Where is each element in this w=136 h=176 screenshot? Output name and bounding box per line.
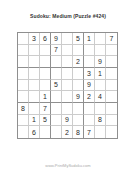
cell-r8c9[interactable]	[106, 115, 117, 127]
cell-r9c5[interactable]: 2	[62, 126, 73, 138]
cell-r9c9[interactable]	[106, 126, 117, 138]
cell-r1c2[interactable]: 3	[29, 33, 40, 45]
cell-r1c9[interactable]: 7	[106, 33, 117, 45]
cell-r5c1[interactable]	[18, 80, 29, 92]
cell-r4c9[interactable]	[106, 68, 117, 80]
cell-r2c9[interactable]	[106, 45, 117, 57]
sudoku-board: 369517729315919248715986287	[17, 32, 118, 139]
cell-r5c9[interactable]	[106, 80, 117, 92]
cell-r2c5[interactable]	[62, 45, 73, 57]
cell-r3c1[interactable]	[18, 56, 29, 68]
printable-sudoku-page: Sudoku: Medium (Puzzle #424) 36951772931…	[0, 0, 136, 176]
cell-r7c1[interactable]: 8	[18, 103, 29, 115]
cell-r6c2[interactable]	[29, 91, 40, 103]
cell-r3c5[interactable]	[62, 56, 73, 68]
cell-r7c3[interactable]: 7	[40, 103, 51, 115]
cell-r9c8[interactable]	[95, 126, 106, 138]
cell-r7c5[interactable]	[62, 103, 73, 115]
cell-r2c1[interactable]	[18, 45, 29, 57]
cell-r8c2[interactable]: 1	[29, 115, 40, 127]
cell-r6c9[interactable]	[106, 91, 117, 103]
cell-r4c6[interactable]	[73, 68, 84, 80]
cell-r9c2[interactable]: 6	[29, 126, 40, 138]
cell-r4c4[interactable]	[51, 68, 62, 80]
cell-r1c1[interactable]	[18, 33, 29, 45]
cell-r6c4[interactable]	[51, 91, 62, 103]
cell-r8c5[interactable]: 9	[62, 115, 73, 127]
cell-r9c6[interactable]: 8	[73, 126, 84, 138]
cell-r2c2[interactable]	[29, 45, 40, 57]
cell-r1c7[interactable]: 1	[84, 33, 95, 45]
cell-r1c8[interactable]	[95, 33, 106, 45]
cell-r8c4[interactable]	[51, 115, 62, 127]
cell-r2c6[interactable]	[73, 45, 84, 57]
cell-r2c3[interactable]	[40, 45, 51, 57]
cell-r6c5[interactable]	[62, 91, 73, 103]
cell-r6c3[interactable]: 1	[40, 91, 51, 103]
cell-r9c7[interactable]: 7	[84, 126, 95, 138]
cell-r3c6[interactable]: 2	[73, 56, 84, 68]
cell-r5c8[interactable]	[95, 80, 106, 92]
cell-r8c8[interactable]: 8	[95, 115, 106, 127]
cell-r3c4[interactable]	[51, 56, 62, 68]
cell-r5c6[interactable]	[73, 80, 84, 92]
puzzle-title: Sudoku: Medium (Puzzle #424)	[0, 13, 136, 20]
cell-r9c3[interactable]	[40, 126, 51, 138]
cell-r5c2[interactable]	[29, 80, 40, 92]
cell-r8c3[interactable]: 5	[40, 115, 51, 127]
cell-r3c3[interactable]	[40, 56, 51, 68]
cell-r5c5[interactable]	[62, 80, 73, 92]
cell-r8c1[interactable]	[18, 115, 29, 127]
cell-r7c9[interactable]	[106, 103, 117, 115]
cell-r2c4[interactable]: 7	[51, 45, 62, 57]
cell-r5c3[interactable]	[40, 80, 51, 92]
cell-r7c8[interactable]	[95, 103, 106, 115]
cell-r4c8[interactable]: 1	[95, 68, 106, 80]
cell-r5c4[interactable]: 5	[51, 80, 62, 92]
cell-r8c6[interactable]	[73, 115, 84, 127]
source-url: www.PrintMySudoku.com	[0, 163, 136, 168]
cell-r7c2[interactable]	[29, 103, 40, 115]
cell-r7c4[interactable]	[51, 103, 62, 115]
cell-r4c7[interactable]: 3	[84, 68, 95, 80]
cell-r8c7[interactable]	[84, 115, 95, 127]
cell-r6c8[interactable]: 4	[95, 91, 106, 103]
cell-r1c5[interactable]	[62, 33, 73, 45]
cell-r2c8[interactable]	[95, 45, 106, 57]
cell-r3c9[interactable]	[106, 56, 117, 68]
cell-r7c6[interactable]	[73, 103, 84, 115]
cell-r3c7[interactable]	[84, 56, 95, 68]
cell-r4c1[interactable]	[18, 68, 29, 80]
cell-r6c7[interactable]: 2	[84, 91, 95, 103]
cell-r9c1[interactable]	[18, 126, 29, 138]
cell-r1c3[interactable]: 6	[40, 33, 51, 45]
cell-r1c4[interactable]: 9	[51, 33, 62, 45]
cell-r4c3[interactable]	[40, 68, 51, 80]
cell-r3c8[interactable]: 9	[95, 56, 106, 68]
cell-r5c7[interactable]: 9	[84, 80, 95, 92]
cell-r6c1[interactable]	[18, 91, 29, 103]
cell-r1c6[interactable]: 5	[73, 33, 84, 45]
cell-r3c2[interactable]	[29, 56, 40, 68]
cell-r4c2[interactable]	[29, 68, 40, 80]
cell-r9c4[interactable]	[51, 126, 62, 138]
cell-r2c7[interactable]	[84, 45, 95, 57]
cell-r6c6[interactable]: 9	[73, 91, 84, 103]
cell-r7c7[interactable]	[84, 103, 95, 115]
cell-r4c5[interactable]	[62, 68, 73, 80]
